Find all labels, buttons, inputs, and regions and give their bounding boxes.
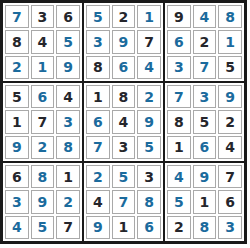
cell-r6c6[interactable]: 5 [137,136,161,159]
cell-r1c2[interactable]: 3 [31,5,55,28]
cell-r6c3[interactable]: 8 [56,136,80,159]
cell-r3c1[interactable]: 2 [5,56,29,79]
box-7: 681392457 [2,162,83,242]
cell-r9c2[interactable]: 5 [31,216,55,239]
cell-r4c5[interactable]: 8 [112,85,136,108]
cell-r9c5[interactable]: 1 [112,216,136,239]
box-8: 253478916 [83,162,164,242]
cell-r5c8[interactable]: 5 [193,110,217,133]
cell-r7c4[interactable]: 2 [86,165,110,188]
cell-r7c9[interactable]: 7 [218,165,242,188]
cell-r7c1[interactable]: 6 [5,165,29,188]
cell-r4c7[interactable]: 7 [167,85,191,108]
cell-r9c8[interactable]: 8 [193,216,217,239]
cell-r9c7[interactable]: 2 [167,216,191,239]
cell-r7c8[interactable]: 9 [193,165,217,188]
cell-r3c8[interactable]: 7 [193,56,217,79]
cell-r6c4[interactable]: 7 [86,136,110,159]
cell-r6c7[interactable]: 1 [167,136,191,159]
cell-r5c6[interactable]: 9 [137,110,161,133]
cell-r5c1[interactable]: 1 [5,110,29,133]
cell-r6c9[interactable]: 4 [218,136,242,159]
cell-r4c6[interactable]: 2 [137,85,161,108]
cell-r1c1[interactable]: 7 [5,5,29,28]
cell-r9c4[interactable]: 9 [86,216,110,239]
cell-r8c2[interactable]: 9 [31,190,55,213]
cell-r4c9[interactable]: 9 [218,85,242,108]
cell-r2c5[interactable]: 9 [112,30,136,53]
box-1: 736845219 [2,2,83,82]
cell-r1c4[interactable]: 5 [86,5,110,28]
box-5: 182649735 [83,82,164,162]
cell-r1c3[interactable]: 6 [56,5,80,28]
cell-r1c5[interactable]: 2 [112,5,136,28]
box-3: 948621375 [164,2,245,82]
cell-r2c6[interactable]: 7 [137,30,161,53]
cell-r3c3[interactable]: 9 [56,56,80,79]
cell-r5c5[interactable]: 4 [112,110,136,133]
cell-r3c9[interactable]: 5 [218,56,242,79]
cell-r2c7[interactable]: 6 [167,30,191,53]
cell-r2c8[interactable]: 2 [193,30,217,53]
box-4: 564173928 [2,82,83,162]
sudoku-board: 7368452195213978649486213755641739281826… [0,0,247,244]
cell-r5c2[interactable]: 7 [31,110,55,133]
cell-r6c1[interactable]: 9 [5,136,29,159]
cell-r4c2[interactable]: 6 [31,85,55,108]
cell-r3c4[interactable]: 8 [86,56,110,79]
cell-r5c4[interactable]: 6 [86,110,110,133]
cell-r9c3[interactable]: 7 [56,216,80,239]
cell-r4c4[interactable]: 1 [86,85,110,108]
box-2: 521397864 [83,2,164,82]
cell-r8c7[interactable]: 5 [167,190,191,213]
cell-r9c9[interactable]: 3 [218,216,242,239]
cell-r9c6[interactable]: 6 [137,216,161,239]
cell-r6c2[interactable]: 2 [31,136,55,159]
cell-r2c4[interactable]: 3 [86,30,110,53]
cell-r6c5[interactable]: 3 [112,136,136,159]
cell-r8c5[interactable]: 7 [112,190,136,213]
cell-r9c1[interactable]: 4 [5,216,29,239]
cell-r5c7[interactable]: 8 [167,110,191,133]
cell-r7c7[interactable]: 4 [167,165,191,188]
cell-r2c2[interactable]: 4 [31,30,55,53]
cell-r7c6[interactable]: 3 [137,165,161,188]
cell-r7c3[interactable]: 1 [56,165,80,188]
cell-r4c1[interactable]: 5 [5,85,29,108]
cell-r8c1[interactable]: 3 [5,190,29,213]
cell-r7c5[interactable]: 5 [112,165,136,188]
cell-r8c8[interactable]: 1 [193,190,217,213]
cell-r8c6[interactable]: 8 [137,190,161,213]
cell-r5c9[interactable]: 2 [218,110,242,133]
cell-r6c8[interactable]: 6 [193,136,217,159]
cell-r1c9[interactable]: 8 [218,5,242,28]
cell-r2c3[interactable]: 5 [56,30,80,53]
cell-r3c2[interactable]: 1 [31,56,55,79]
cell-r3c7[interactable]: 3 [167,56,191,79]
cell-r8c9[interactable]: 6 [218,190,242,213]
cell-r8c3[interactable]: 2 [56,190,80,213]
cell-r2c1[interactable]: 8 [5,30,29,53]
cell-r7c2[interactable]: 8 [31,165,55,188]
cell-r3c5[interactable]: 6 [112,56,136,79]
cell-r1c7[interactable]: 9 [167,5,191,28]
box-9: 497516283 [164,162,245,242]
cell-r2c9[interactable]: 1 [218,30,242,53]
cell-r5c3[interactable]: 3 [56,110,80,133]
cell-r1c6[interactable]: 1 [137,5,161,28]
cell-r4c3[interactable]: 4 [56,85,80,108]
box-6: 739852164 [164,82,245,162]
cell-r1c8[interactable]: 4 [193,5,217,28]
cell-r8c4[interactable]: 4 [86,190,110,213]
cell-r4c8[interactable]: 3 [193,85,217,108]
cell-r3c6[interactable]: 4 [137,56,161,79]
